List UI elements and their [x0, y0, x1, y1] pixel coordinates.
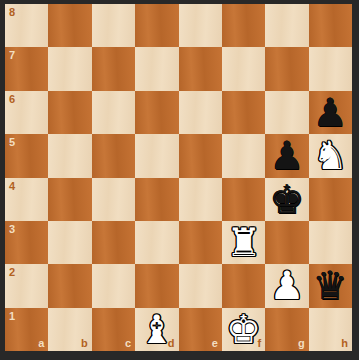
square-f8[interactable] — [222, 4, 265, 47]
square-c1[interactable]: c — [92, 308, 135, 351]
square-c2[interactable] — [92, 264, 135, 307]
square-f6[interactable] — [222, 91, 265, 134]
square-a1[interactable]: 1a — [5, 308, 48, 351]
square-e8[interactable] — [179, 4, 222, 47]
square-b5[interactable] — [48, 134, 91, 177]
square-b8[interactable] — [48, 4, 91, 47]
square-d1[interactable]: d♝ — [135, 308, 178, 351]
square-b4[interactable] — [48, 178, 91, 221]
file-label-a: a — [38, 338, 44, 349]
rank-label-7: 7 — [9, 50, 15, 61]
file-label-g: g — [298, 338, 305, 349]
square-d4[interactable] — [135, 178, 178, 221]
square-b6[interactable] — [48, 91, 91, 134]
chess-app-window: 876♟5♟♞4♚3♜2♟♛1abcd♝ef♚gh — [0, 0, 359, 360]
rank-label-2: 2 — [9, 267, 15, 278]
square-e4[interactable] — [179, 178, 222, 221]
square-f7[interactable] — [222, 47, 265, 90]
black-pawn[interactable]: ♟ — [313, 91, 348, 134]
rank-label-6: 6 — [9, 94, 15, 105]
square-f4[interactable] — [222, 178, 265, 221]
square-g3[interactable] — [265, 221, 308, 264]
square-d3[interactable] — [135, 221, 178, 264]
square-g5[interactable]: ♟ — [265, 134, 308, 177]
square-c3[interactable] — [92, 221, 135, 264]
square-h6[interactable]: ♟ — [309, 91, 352, 134]
square-e2[interactable] — [179, 264, 222, 307]
square-d6[interactable] — [135, 91, 178, 134]
square-a7[interactable]: 7 — [5, 47, 48, 90]
square-c8[interactable] — [92, 4, 135, 47]
white-king[interactable]: ♚ — [226, 308, 261, 351]
square-g2[interactable]: ♟ — [265, 264, 308, 307]
file-label-b: b — [81, 338, 88, 349]
square-h5[interactable]: ♞ — [309, 134, 352, 177]
square-g4[interactable]: ♚ — [265, 178, 308, 221]
file-label-c: c — [125, 338, 131, 349]
square-g1[interactable]: g — [265, 308, 308, 351]
square-a8[interactable]: 8 — [5, 4, 48, 47]
white-rook[interactable]: ♜ — [226, 221, 261, 264]
black-queen[interactable]: ♛ — [313, 264, 348, 307]
white-pawn[interactable]: ♟ — [269, 264, 304, 307]
square-e7[interactable] — [179, 47, 222, 90]
square-g6[interactable] — [265, 91, 308, 134]
file-label-e: e — [212, 338, 218, 349]
file-label-h: h — [341, 338, 348, 349]
rank-label-4: 4 — [9, 181, 15, 192]
square-a2[interactable]: 2 — [5, 264, 48, 307]
square-d2[interactable] — [135, 264, 178, 307]
square-f2[interactable] — [222, 264, 265, 307]
square-f1[interactable]: f♚ — [222, 308, 265, 351]
square-g8[interactable] — [265, 4, 308, 47]
square-e1[interactable]: e — [179, 308, 222, 351]
square-b1[interactable]: b — [48, 308, 91, 351]
square-d7[interactable] — [135, 47, 178, 90]
black-king[interactable]: ♚ — [269, 178, 304, 221]
rank-label-8: 8 — [9, 7, 15, 18]
square-d5[interactable] — [135, 134, 178, 177]
square-h7[interactable] — [309, 47, 352, 90]
square-a4[interactable]: 4 — [5, 178, 48, 221]
white-knight[interactable]: ♞ — [313, 134, 348, 177]
rank-label-5: 5 — [9, 137, 15, 148]
square-h3[interactable] — [309, 221, 352, 264]
square-a6[interactable]: 6 — [5, 91, 48, 134]
square-c5[interactable] — [92, 134, 135, 177]
square-f5[interactable] — [222, 134, 265, 177]
square-h2[interactable]: ♛ — [309, 264, 352, 307]
square-h8[interactable] — [309, 4, 352, 47]
white-bishop[interactable]: ♝ — [139, 308, 174, 351]
rank-label-1: 1 — [9, 311, 15, 322]
black-pawn[interactable]: ♟ — [269, 134, 304, 177]
chess-board: 876♟5♟♞4♚3♜2♟♛1abcd♝ef♚gh — [5, 4, 352, 351]
square-c4[interactable] — [92, 178, 135, 221]
square-e6[interactable] — [179, 91, 222, 134]
square-f3[interactable]: ♜ — [222, 221, 265, 264]
square-b2[interactable] — [48, 264, 91, 307]
square-a5[interactable]: 5 — [5, 134, 48, 177]
square-e3[interactable] — [179, 221, 222, 264]
square-e5[interactable] — [179, 134, 222, 177]
square-a3[interactable]: 3 — [5, 221, 48, 264]
square-h1[interactable]: h — [309, 308, 352, 351]
square-b3[interactable] — [48, 221, 91, 264]
rank-label-3: 3 — [9, 224, 15, 235]
square-h4[interactable] — [309, 178, 352, 221]
square-b7[interactable] — [48, 47, 91, 90]
square-g7[interactable] — [265, 47, 308, 90]
square-c6[interactable] — [92, 91, 135, 134]
square-d8[interactable] — [135, 4, 178, 47]
square-c7[interactable] — [92, 47, 135, 90]
